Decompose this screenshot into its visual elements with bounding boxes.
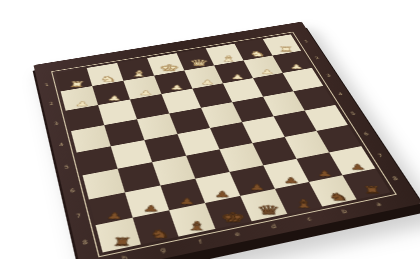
white-pawn: ♟ <box>74 91 89 106</box>
file-label-b: b <box>325 204 364 218</box>
rank-label-4: 4 <box>54 132 68 155</box>
rank-label-2: 2 <box>45 92 58 113</box>
white-pawn: ♟ <box>261 60 275 75</box>
white-pawn: ♟ <box>200 70 214 85</box>
black-pawn: ♟ <box>350 154 366 171</box>
white-bishop: ♝ <box>129 58 148 78</box>
file-label-c: c <box>290 211 329 225</box>
rank-label-1: 1 <box>40 74 53 94</box>
board-perspective-wrap: ♜♞♝♚♛♝♞♜♟♟♟♟♟♟♟♟♟♟♟♟♟♟♟♟♜♞♝♚♛♝♞♜ hgfedcb… <box>33 21 420 259</box>
chess-board-frame: ♜♞♝♚♛♝♞♜♟♟♟♟♟♟♟♟♟♟♟♟♟♟♟♟♜♞♝♚♛♝♞♜ hgfedcb… <box>33 21 420 259</box>
rank-label-7: 7 <box>71 201 87 229</box>
file-label-h: h <box>104 250 145 259</box>
white-pawn: ♟ <box>231 65 245 80</box>
rank-label-1: 1 <box>297 32 315 49</box>
white-rook: ♜ <box>68 70 85 88</box>
black-rook: ♜ <box>111 225 132 247</box>
chess-board: ♜♞♝♚♛♝♞♜♟♟♟♟♟♟♟♟♟♟♟♟♟♟♟♟♜♞♝♚♛♝♞♜ <box>56 34 391 252</box>
white-pawn: ♟ <box>290 55 304 69</box>
black-rook: ♜ <box>363 174 383 195</box>
white-pawn: ♟ <box>170 75 184 90</box>
black-pawn: ♟ <box>317 160 333 177</box>
black-knight: ♞ <box>149 216 171 239</box>
product-photo-scene: ♜♞♝♚♛♝♞♜♟♟♟♟♟♟♟♟♟♟♟♟♟♟♟♟♜♞♝♚♛♝♞♜ hgfedcb… <box>0 0 420 259</box>
black-pawn: ♟ <box>142 195 159 213</box>
black-pawn: ♟ <box>283 167 299 184</box>
file-label-e: e <box>218 226 258 241</box>
rank-label-5: 5 <box>59 154 74 179</box>
rank-label-2: 2 <box>308 48 327 66</box>
white-pawn: ♟ <box>107 86 122 101</box>
black-bishop: ♝ <box>185 207 208 231</box>
black-pawn: ♟ <box>179 188 196 205</box>
file-label-a: a <box>360 197 398 211</box>
white-pawn: ♟ <box>138 81 152 96</box>
file-label-g: g <box>143 242 183 257</box>
rank-label-3: 3 <box>49 112 63 134</box>
black-pawn: ♟ <box>105 202 122 220</box>
rank-label-5: 5 <box>342 102 363 123</box>
black-pawn: ♟ <box>249 174 265 191</box>
rank-label-6: 6 <box>65 176 81 202</box>
file-label-f: f <box>180 234 220 249</box>
rank-label-8: 8 <box>77 226 94 256</box>
white-knight: ♞ <box>99 64 117 83</box>
white-rook: ♜ <box>278 35 294 52</box>
rank-label-4: 4 <box>330 83 350 103</box>
black-pawn: ♟ <box>214 181 230 198</box>
rank-label-3: 3 <box>319 65 338 84</box>
file-label-d: d <box>254 219 293 234</box>
